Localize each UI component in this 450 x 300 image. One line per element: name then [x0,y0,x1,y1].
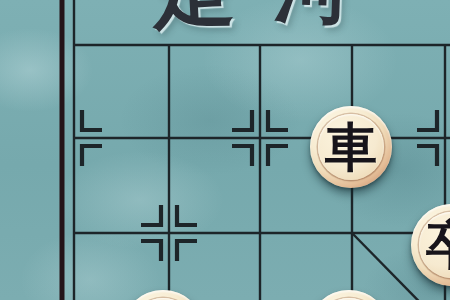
piece-character: 車 [325,121,377,173]
piece-face: 卒 [419,212,450,278]
piece-face: 車 [318,114,384,180]
xiangqi-game-screen: 楚 河 [0,0,450,300]
piece-character: 卒 [426,219,450,271]
piece-black-chariot[interactable]: 車 [310,106,392,188]
